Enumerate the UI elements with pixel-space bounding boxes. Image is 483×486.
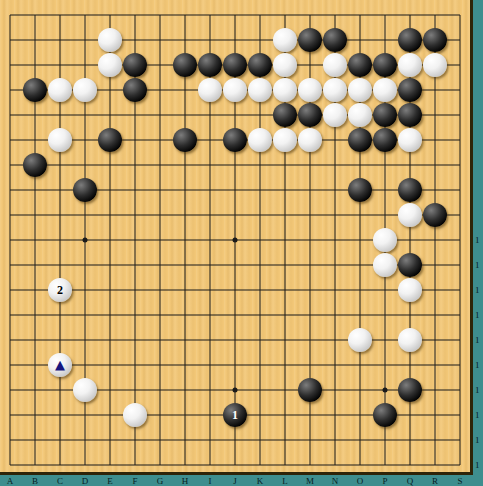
column-label: A (3, 476, 17, 486)
white-stone[interactable] (273, 78, 297, 102)
column-label: H (178, 476, 192, 486)
white-stone[interactable] (198, 78, 222, 102)
black-stone[interactable] (123, 78, 147, 102)
black-stone[interactable] (223, 53, 247, 77)
column-label: F (128, 476, 142, 486)
black-stone[interactable] (273, 103, 297, 127)
white-stone[interactable] (398, 53, 422, 77)
black-stone[interactable] (298, 103, 322, 127)
black-stone[interactable] (123, 53, 147, 77)
black-stone[interactable] (173, 128, 197, 152)
black-stone[interactable] (398, 378, 422, 402)
white-stone[interactable] (398, 203, 422, 227)
row-label: 1 (475, 360, 483, 370)
row-label: 1 (475, 410, 483, 420)
white-stone[interactable] (323, 53, 347, 77)
black-stone[interactable] (398, 78, 422, 102)
white-stone[interactable] (398, 328, 422, 352)
black-stone[interactable] (398, 178, 422, 202)
black-stone[interactable] (173, 53, 197, 77)
black-stone[interactable] (323, 28, 347, 52)
row-label: 1 (475, 385, 483, 395)
row-label: 1 (475, 460, 483, 470)
white-stone[interactable] (248, 128, 272, 152)
column-label: B (28, 476, 42, 486)
column-label: I (203, 476, 217, 486)
white-stone[interactable] (398, 278, 422, 302)
black-stone[interactable] (73, 178, 97, 202)
row-label: 1 (475, 285, 483, 295)
white-stone[interactable] (298, 78, 322, 102)
black-stone[interactable] (98, 128, 122, 152)
black-stone[interactable] (223, 128, 247, 152)
white-stone[interactable] (98, 28, 122, 52)
white-stone[interactable] (273, 28, 297, 52)
column-label: G (153, 476, 167, 486)
black-stone[interactable] (23, 153, 47, 177)
white-stone[interactable] (323, 78, 347, 102)
row-label: 1 (475, 335, 483, 345)
white-stone[interactable] (248, 78, 272, 102)
star-point (383, 388, 388, 393)
column-label: E (103, 476, 117, 486)
white-stone[interactable] (423, 53, 447, 77)
black-stone[interactable] (398, 253, 422, 277)
white-stone[interactable] (48, 128, 72, 152)
black-stone[interactable] (398, 28, 422, 52)
white-stone[interactable] (323, 103, 347, 127)
black-stone[interactable] (373, 103, 397, 127)
white-stone[interactable] (348, 78, 372, 102)
column-label: K (253, 476, 267, 486)
white-stone[interactable] (98, 53, 122, 77)
white-stone[interactable] (73, 378, 97, 402)
column-label: O (353, 476, 367, 486)
white-stone[interactable] (373, 78, 397, 102)
white-stone[interactable] (348, 103, 372, 127)
column-label: S (453, 476, 467, 486)
column-label: M (303, 476, 317, 486)
row-label: 1 (475, 435, 483, 445)
white-stone[interactable] (298, 128, 322, 152)
white-stone[interactable] (73, 78, 97, 102)
black-stone[interactable] (373, 53, 397, 77)
white-stone[interactable] (223, 78, 247, 102)
column-label: L (278, 476, 292, 486)
white-stone[interactable] (348, 328, 372, 352)
white-stone[interactable] (273, 128, 297, 152)
column-label: D (78, 476, 92, 486)
column-label: J (228, 476, 242, 486)
black-stone[interactable] (348, 53, 372, 77)
column-label: P (378, 476, 392, 486)
column-label: C (53, 476, 67, 486)
column-label: Q (403, 476, 417, 486)
row-label: 1 (475, 235, 483, 245)
black-stone[interactable] (298, 28, 322, 52)
white-stone[interactable] (123, 403, 147, 427)
white-stone[interactable] (373, 228, 397, 252)
black-stone[interactable] (373, 128, 397, 152)
white-stone[interactable]: ▲ (48, 353, 72, 377)
white-stone[interactable] (273, 53, 297, 77)
white-stone[interactable] (48, 78, 72, 102)
go-app-window: 2▲1 ABCDEFGHIJKLMNOPQRS 1111111111 (0, 0, 483, 486)
move-number-label: 2 (57, 284, 63, 296)
black-stone[interactable] (423, 203, 447, 227)
black-stone[interactable] (423, 28, 447, 52)
black-stone[interactable] (348, 128, 372, 152)
black-stone[interactable] (198, 53, 222, 77)
star-point (233, 238, 238, 243)
black-stone[interactable] (23, 78, 47, 102)
move-number-label: 1 (232, 409, 238, 421)
white-stone[interactable] (373, 253, 397, 277)
black-stone[interactable] (398, 103, 422, 127)
white-stone[interactable] (398, 128, 422, 152)
row-label: 1 (475, 310, 483, 320)
column-label: N (328, 476, 342, 486)
black-stone[interactable] (298, 378, 322, 402)
black-stone[interactable]: 1 (223, 403, 247, 427)
column-label: R (428, 476, 442, 486)
black-stone[interactable] (373, 403, 397, 427)
row-label: 1 (475, 260, 483, 270)
white-stone[interactable]: 2 (48, 278, 72, 302)
black-stone[interactable] (248, 53, 272, 77)
black-stone[interactable] (348, 178, 372, 202)
star-point (83, 238, 88, 243)
triangle-marker: ▲ (55, 358, 65, 371)
star-point (233, 388, 238, 393)
